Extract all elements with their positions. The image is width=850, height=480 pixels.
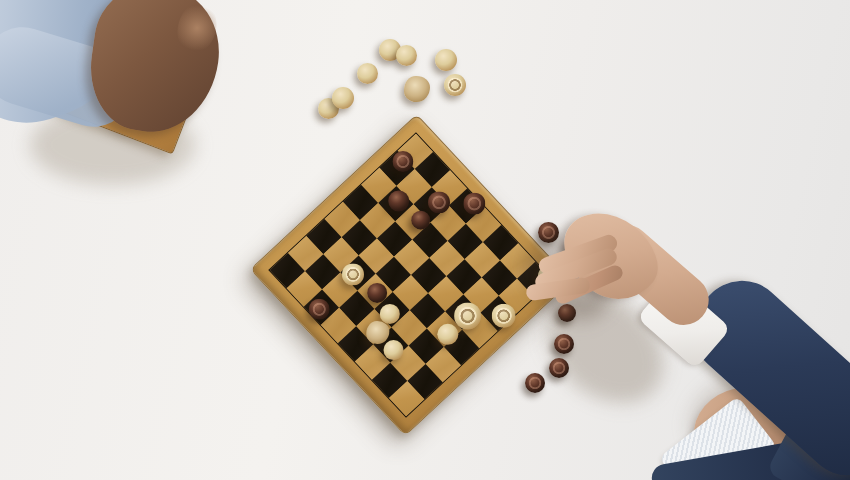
dark-piece-a7[interactable] <box>393 151 414 172</box>
captured-dark-piece-6[interactable] <box>549 358 569 378</box>
board-playing-area <box>268 132 553 417</box>
captured-dark-piece-5[interactable] <box>554 334 574 354</box>
dark-piece-c7[interactable] <box>428 191 450 213</box>
captured-dark-piece-7[interactable] <box>525 373 545 393</box>
dark-piece-c6[interactable] <box>411 211 430 230</box>
dark-piece-d8[interactable] <box>464 192 486 214</box>
chessboard <box>250 114 572 436</box>
dark-piece-d3[interactable] <box>367 283 387 303</box>
captured-light-piece-8[interactable] <box>444 74 466 96</box>
light-piece-g4[interactable] <box>437 324 458 345</box>
captured-light-piece-5[interactable] <box>396 45 417 66</box>
dark-piece-c1[interactable] <box>309 299 330 320</box>
captured-light-piece-2[interactable] <box>332 87 354 109</box>
light-piece-f2[interactable] <box>383 340 403 360</box>
light-piece-c3[interactable] <box>342 263 364 285</box>
table-scene <box>0 0 850 480</box>
captured-light-piece-7[interactable] <box>435 49 457 71</box>
light-piece-h6[interactable] <box>492 304 516 328</box>
captured-light-piece-3[interactable] <box>357 63 378 84</box>
captured-light-piece-6[interactable] <box>404 76 430 102</box>
